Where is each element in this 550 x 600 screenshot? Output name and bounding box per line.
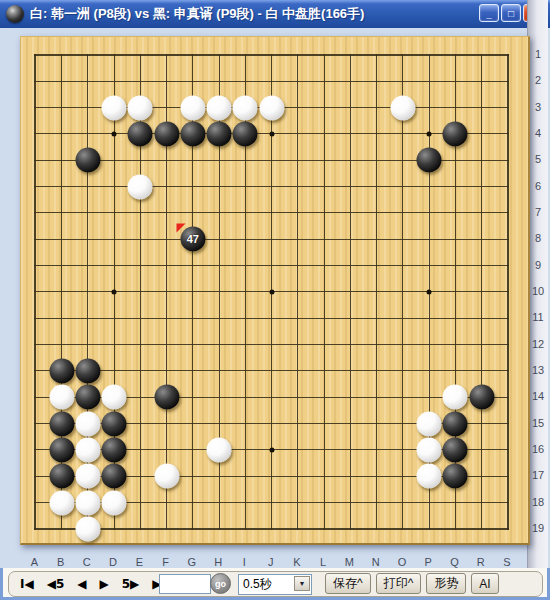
- black-stone: [207, 121, 232, 146]
- row-label: 15: [532, 417, 544, 429]
- black-stone: [75, 148, 100, 173]
- white-stone: [207, 437, 232, 462]
- grid-line: [481, 54, 482, 530]
- row-label: 13: [532, 364, 544, 376]
- white-stone: [207, 95, 232, 120]
- delay-dropdown[interactable]: 0.5秒 ▼: [238, 574, 312, 595]
- black-stone: [469, 385, 494, 410]
- white-stone: [443, 385, 468, 410]
- column-label: I: [243, 556, 246, 568]
- column-label: K: [293, 556, 300, 568]
- row-label: 9: [535, 259, 541, 271]
- go-button[interactable]: go: [210, 573, 231, 594]
- black-stone: [128, 121, 153, 146]
- go-board[interactable]: 47: [20, 36, 530, 545]
- black-stone: [102, 464, 127, 489]
- app-window: 白: 韩一洲 (P8段) vs 黑: 申真谞 (P9段) - 白 中盘胜(166…: [0, 0, 550, 600]
- black-stone: [443, 121, 468, 146]
- minimize-icon: _: [480, 8, 498, 19]
- minimize-button[interactable]: _: [479, 4, 499, 22]
- black-stone: [49, 411, 74, 436]
- black-stone: [443, 464, 468, 489]
- black-stone: [180, 121, 205, 146]
- column-label: Q: [450, 556, 459, 568]
- white-stone: [75, 437, 100, 462]
- white-stone: [75, 464, 100, 489]
- window-title: 白: 韩一洲 (P8段) vs 黑: 申真谞 (P9段) - 白 中盘胜(166…: [30, 0, 364, 28]
- control-panel: Ⅰ◀◀5◀▶5▶▶Ⅰ go 0.5秒 ▼ 保存^打印^形势AI: [8, 571, 543, 597]
- white-stone: [49, 385, 74, 410]
- white-stone: [102, 95, 127, 120]
- white-stone: [128, 95, 153, 120]
- star-point: [427, 289, 432, 294]
- last-move-stone: 47: [180, 227, 205, 252]
- grid-line: [34, 370, 509, 371]
- white-stone: [390, 95, 415, 120]
- row-label: 18: [532, 496, 544, 508]
- grid-line: [34, 528, 509, 530]
- grid-line: [34, 318, 509, 319]
- app-logo-icon: [6, 5, 24, 23]
- column-label: J: [268, 556, 274, 568]
- column-label: E: [136, 556, 143, 568]
- row-label: 17: [532, 469, 544, 481]
- nav-buttons: Ⅰ◀◀5◀▶5▶▶Ⅰ: [19, 572, 167, 596]
- white-stone: [417, 464, 442, 489]
- white-stone: [259, 95, 284, 120]
- row-label: 5: [535, 153, 541, 165]
- row-label: 4: [535, 127, 541, 139]
- white-stone: [49, 490, 74, 515]
- nav-back5-button[interactable]: ◀5: [46, 577, 66, 591]
- row-label: 10: [532, 285, 544, 297]
- star-point: [112, 289, 117, 294]
- save-button[interactable]: 保存^: [325, 573, 371, 594]
- move-number-input[interactable]: [159, 574, 211, 594]
- white-stone: [128, 174, 153, 199]
- white-stone: [75, 411, 100, 436]
- black-stone: [154, 121, 179, 146]
- window-frame: Ⅰ◀◀5◀▶5▶▶Ⅰ go 0.5秒 ▼ 保存^打印^形势AI: [0, 568, 550, 600]
- black-stone: [75, 358, 100, 383]
- column-label: M: [345, 556, 354, 568]
- black-stone: [233, 121, 258, 146]
- nav-first-button[interactable]: Ⅰ◀: [19, 577, 35, 591]
- black-stone: [102, 437, 127, 462]
- column-label: A: [31, 556, 38, 568]
- row-label: 12: [532, 338, 544, 350]
- column-label: F: [162, 556, 169, 568]
- print-button[interactable]: 打印^: [376, 573, 422, 594]
- ai-button[interactable]: AI: [471, 573, 498, 594]
- action-buttons: 保存^打印^形势AI: [325, 573, 499, 594]
- nav-forward-button[interactable]: ▶: [99, 577, 110, 591]
- star-point: [112, 131, 117, 136]
- column-label: R: [477, 556, 485, 568]
- grid-line: [297, 54, 298, 530]
- black-stone: [49, 464, 74, 489]
- black-stone: [75, 385, 100, 410]
- column-label: L: [320, 556, 326, 568]
- column-label: H: [214, 556, 222, 568]
- row-label: 11: [532, 311, 543, 323]
- row-label: 19: [532, 522, 544, 534]
- nav-forward5-button[interactable]: 5▶: [121, 577, 141, 591]
- star-point: [269, 289, 274, 294]
- grid-line: [376, 54, 377, 530]
- white-stone: [233, 95, 258, 120]
- grid-line: [402, 54, 403, 530]
- row-label: 1: [535, 48, 541, 60]
- row-label: 2: [535, 74, 541, 86]
- column-label: O: [398, 556, 407, 568]
- black-stone: [417, 148, 442, 173]
- black-stone: [49, 358, 74, 383]
- control-area: Ⅰ◀◀5◀▶5▶▶Ⅰ go 0.5秒 ▼ 保存^打印^形势AI: [3, 568, 547, 597]
- black-stone: [154, 385, 179, 410]
- situation-button[interactable]: 形势: [426, 573, 466, 594]
- last-move-marker: [176, 224, 185, 233]
- black-stone: [49, 437, 74, 462]
- column-label: C: [83, 556, 91, 568]
- column-label: D: [109, 556, 117, 568]
- title-bar: 白: 韩一洲 (P8段) vs 黑: 申真谞 (P9段) - 白 中盘胜(166…: [0, 0, 550, 28]
- nav-back-button[interactable]: ◀: [76, 577, 87, 591]
- maximize-icon: □: [508, 8, 514, 19]
- row-label: 7: [535, 206, 541, 218]
- row-label: 3: [535, 101, 541, 113]
- white-stone: [102, 385, 127, 410]
- star-point: [427, 131, 432, 136]
- maximize-button[interactable]: □: [501, 4, 521, 22]
- column-label: B: [57, 556, 64, 568]
- column-label: S: [503, 556, 510, 568]
- white-stone: [75, 516, 100, 541]
- row-label: 16: [532, 443, 544, 455]
- column-label: P: [425, 556, 432, 568]
- star-point: [269, 131, 274, 136]
- black-stone: [443, 437, 468, 462]
- white-stone: [102, 490, 127, 515]
- grid-line: [324, 54, 325, 530]
- grid-line: [34, 344, 509, 345]
- grid-line: [507, 54, 509, 530]
- row-label: 14: [532, 390, 544, 402]
- row-labels: 12345678910111213141516171819: [527, 0, 548, 570]
- white-stone: [154, 464, 179, 489]
- grid-line: [350, 54, 351, 530]
- column-label: G: [188, 556, 197, 568]
- black-stone: [102, 411, 127, 436]
- row-label: 6: [535, 180, 541, 192]
- white-stone: [180, 95, 205, 120]
- black-stone: [443, 411, 468, 436]
- row-label: 8: [535, 232, 541, 244]
- delay-value: 0.5秒: [243, 575, 272, 593]
- star-point: [269, 447, 274, 452]
- white-stone: [417, 437, 442, 462]
- column-label: N: [372, 556, 380, 568]
- white-stone: [75, 490, 100, 515]
- white-stone: [417, 411, 442, 436]
- chevron-down-icon[interactable]: ▼: [294, 576, 310, 591]
